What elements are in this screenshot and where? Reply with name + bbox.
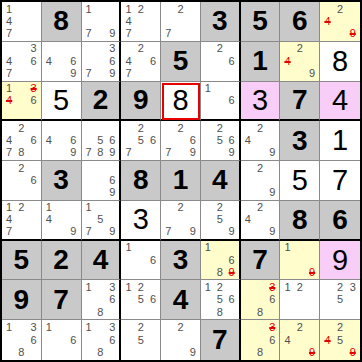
candidate-4: 4	[3, 214, 15, 226]
candidate-1: 1	[3, 3, 15, 15]
candidate-1: 1	[202, 83, 214, 95]
candidate-6: 6	[28, 334, 40, 347]
given-digit: 8	[133, 166, 149, 194]
candidate-6: 6	[106, 334, 118, 347]
pencil-marks: 147	[2, 2, 41, 41]
candidate-7: 7	[162, 226, 174, 238]
candidate-3: 3	[106, 43, 118, 55]
candidate-8: 8	[214, 266, 226, 278]
candidate-1: 1	[3, 321, 15, 334]
cell-r3c5[interactable]: 8	[161, 82, 201, 122]
candidate-3: 3	[266, 321, 278, 334]
cell-r9c3[interactable]: 1368	[82, 320, 122, 360]
solved-digit: 5	[53, 86, 69, 115]
candidate-6: 6	[28, 55, 40, 67]
pencil-marks: 24678	[2, 121, 41, 160]
candidate-7: 7	[83, 67, 95, 79]
candidate-8: 8	[15, 346, 27, 359]
cell-r6c2[interactable]: 149	[42, 201, 82, 241]
given-digit: 3	[292, 127, 308, 155]
pencil-marks: 249	[280, 42, 319, 81]
cell-r5c3[interactable]: 69	[82, 161, 122, 201]
candidate-2: 2	[294, 43, 306, 55]
pencil-marks: 249	[241, 201, 280, 239]
solved-digit: 1	[332, 126, 348, 155]
pencil-marks: 368	[241, 280, 280, 319]
given-digit: 1	[173, 166, 189, 194]
given-digit: 3	[212, 7, 228, 35]
cell-r1c1[interactable]: 147	[2, 2, 42, 42]
pencil-marks: 26	[2, 161, 41, 200]
cell-r7c9[interactable]: 9	[320, 241, 360, 281]
sudoku-board: 1478179124727356249346746936792467526124…	[0, 0, 362, 362]
pencil-marks: 368	[241, 320, 280, 360]
candidate-6: 6	[106, 174, 118, 186]
candidate-9: 9	[306, 346, 318, 359]
candidate-4: 4	[281, 334, 293, 347]
pencil-marks: 2467	[121, 42, 160, 81]
pencil-marks: 279	[161, 201, 200, 239]
cell-r1c6[interactable]: 3	[201, 2, 241, 42]
candidate-5: 5	[135, 334, 147, 347]
candidate-5: 5	[334, 334, 347, 347]
cell-r3c1[interactable]: 1346	[2, 82, 42, 122]
candidate-5: 5	[135, 294, 147, 306]
cell-r1c7[interactable]: 5	[241, 2, 281, 42]
candidate-6: 6	[28, 94, 40, 106]
cell-r9c4[interactable]: 25	[121, 320, 161, 360]
candidate-7: 7	[83, 226, 95, 238]
candidate-7: 7	[122, 67, 134, 79]
given-digit: 1	[252, 47, 268, 75]
pencil-marks: 3679	[82, 42, 120, 81]
cell-r7c8[interactable]: 19	[280, 241, 320, 281]
cell-r7c1[interactable]: 5	[2, 241, 42, 281]
solved-digit: 8	[172, 86, 188, 115]
candidate-8: 8	[254, 346, 266, 359]
cell-r2c3[interactable]: 3679	[82, 42, 122, 82]
cell-r2c9[interactable]: 8	[320, 42, 360, 82]
candidate-2: 2	[294, 281, 306, 293]
candidate-4: 4	[242, 135, 254, 147]
candidate-4: 4	[43, 135, 55, 147]
candidate-7: 7	[122, 28, 134, 40]
given-digit: 8	[292, 206, 308, 234]
given-digit: 5	[14, 246, 30, 274]
pencil-marks: 1689	[201, 241, 239, 280]
pencil-marks: 29	[241, 161, 280, 200]
cell-r5c1[interactable]: 26	[2, 161, 42, 201]
candidate-3: 3	[28, 43, 40, 55]
given-digit: 2	[53, 246, 69, 274]
cell-r4c1[interactable]: 24678	[2, 121, 42, 161]
candidate-6: 6	[67, 334, 79, 347]
candidate-1: 1	[43, 321, 55, 334]
candidate-1: 1	[83, 202, 95, 214]
cell-r9c8[interactable]: 249	[280, 320, 320, 360]
pencil-marks: 2459	[320, 320, 360, 360]
pencil-marks: 1247	[121, 2, 160, 41]
cell-r4c7[interactable]: 249	[241, 121, 281, 161]
given-digit: 9	[14, 286, 30, 314]
candidate-3: 3	[346, 281, 359, 293]
candidate-6: 6	[266, 334, 278, 347]
candidate-6: 6	[147, 294, 159, 306]
candidate-7: 7	[83, 147, 95, 159]
candidate-9: 9	[67, 147, 79, 159]
candidate-9: 9	[266, 147, 278, 159]
pencil-marks: 149	[42, 201, 81, 239]
candidate-9: 9	[187, 147, 199, 159]
pencil-marks: 469	[42, 42, 81, 81]
candidate-4: 4	[122, 15, 134, 27]
cell-r8c4[interactable]: 1256	[121, 280, 161, 320]
given-digit: 9	[133, 86, 149, 114]
cell-r8c2[interactable]: 7	[42, 280, 82, 320]
pencil-marks: 1247	[2, 201, 41, 239]
candidate-2: 2	[214, 202, 226, 214]
cell-r2c4[interactable]: 2467	[121, 42, 161, 82]
candidate-8: 8	[254, 306, 266, 318]
given-digit: 7	[53, 286, 69, 314]
cell-r4c5[interactable]: 2679	[161, 121, 201, 161]
cell-r4c6[interactable]: 2569	[201, 121, 241, 161]
given-digit: 4	[173, 286, 189, 314]
cell-r5c2[interactable]: 3	[42, 161, 82, 201]
cell-r4c3[interactable]: 56789	[82, 121, 122, 161]
cell-r1c4[interactable]: 1247	[121, 2, 161, 42]
candidate-6: 6	[28, 135, 40, 147]
candidate-9: 9	[226, 147, 238, 159]
candidate-8: 8	[15, 147, 27, 159]
cell-r6c4[interactable]: 3	[121, 201, 161, 241]
candidate-5: 5	[94, 214, 106, 226]
cell-r9c6[interactable]: 7	[201, 320, 241, 360]
cell-r1c5[interactable]: 27	[161, 2, 201, 42]
candidate-4: 4	[242, 214, 254, 226]
pencil-marks: 25	[121, 320, 160, 360]
candidate-5: 5	[214, 214, 226, 226]
candidate-1: 1	[122, 281, 134, 293]
candidate-9: 9	[106, 226, 118, 238]
candidate-2: 2	[15, 162, 27, 174]
candidate-1: 1	[3, 83, 15, 95]
pencil-marks: 1346	[2, 82, 41, 120]
candidate-2: 2	[294, 321, 306, 334]
candidate-9: 9	[67, 67, 79, 79]
candidate-4: 4	[281, 55, 293, 67]
candidate-1: 1	[202, 281, 214, 293]
candidate-9: 9	[106, 28, 118, 40]
candidate-6: 6	[226, 254, 238, 266]
cell-r6c6[interactable]: 259	[201, 201, 241, 241]
cell-r5c8[interactable]: 5	[280, 161, 320, 201]
cell-r9c2[interactable]: 16	[42, 320, 82, 360]
cell-r9c5[interactable]: 29	[161, 320, 201, 360]
cell-r4c2[interactable]: 469	[42, 121, 82, 161]
candidate-8: 8	[94, 306, 106, 318]
given-digit: 6	[332, 206, 348, 234]
cell-r9c7[interactable]: 368	[241, 320, 281, 360]
candidate-2: 2	[334, 321, 347, 334]
candidate-2: 2	[135, 3, 147, 15]
candidate-6: 6	[226, 55, 238, 67]
candidate-1: 1	[83, 3, 95, 15]
cell-r5c6[interactable]: 4	[201, 161, 241, 201]
solved-digit: 3	[252, 86, 268, 115]
candidate-4: 4	[43, 55, 55, 67]
candidate-6: 6	[226, 135, 238, 147]
candidate-2: 2	[135, 122, 147, 134]
cell-r3c2[interactable]: 5	[42, 82, 82, 122]
cell-r7c5[interactable]: 3	[161, 241, 201, 281]
cell-r1c8[interactable]: 6	[280, 2, 320, 42]
cell-r7c3[interactable]: 4	[82, 241, 122, 281]
candidate-6: 6	[28, 174, 40, 186]
candidate-9: 9	[106, 187, 118, 199]
candidate-2: 2	[254, 202, 266, 214]
candidate-6: 6	[226, 294, 238, 306]
cell-r5c9[interactable]: 7	[320, 161, 360, 201]
candidate-8: 8	[94, 346, 106, 359]
cell-r2c2[interactable]: 469	[42, 42, 82, 82]
solved-digit: 7	[332, 166, 348, 195]
cell-r2c8[interactable]: 249	[280, 42, 320, 82]
candidate-1: 1	[202, 242, 214, 254]
candidate-9: 9	[346, 28, 359, 40]
candidate-4: 4	[43, 214, 55, 226]
cell-r3c7[interactable]: 3	[241, 82, 281, 122]
candidate-9: 9	[106, 147, 118, 159]
cell-r4c9[interactable]: 1	[320, 121, 360, 161]
candidate-2: 2	[174, 122, 186, 134]
cell-r3c3[interactable]: 2	[82, 82, 122, 122]
cell-r1c2[interactable]: 8	[42, 2, 82, 42]
cell-r1c9[interactable]: 249	[320, 2, 360, 42]
candidate-2: 2	[15, 122, 27, 134]
candidate-7: 7	[3, 147, 15, 159]
cell-r7c6[interactable]: 1689	[201, 241, 241, 281]
cell-r2c1[interactable]: 3467	[2, 42, 42, 82]
given-digit: 8	[53, 7, 69, 35]
candidate-7: 7	[3, 28, 15, 40]
pencil-marks: 12	[280, 280, 319, 319]
candidate-6: 6	[147, 55, 159, 67]
pencil-marks: 3467	[2, 42, 41, 81]
given-digit: 5	[252, 7, 268, 35]
pencil-marks: 16	[201, 82, 239, 120]
solved-digit: 3	[133, 205, 149, 234]
given-digit: 3	[53, 166, 69, 194]
cell-r3c4[interactable]: 9	[121, 82, 161, 122]
cell-r6c5[interactable]: 279	[161, 201, 201, 241]
cell-r8c5[interactable]: 4	[161, 280, 201, 320]
pencil-marks: 26	[201, 42, 239, 81]
pencil-marks: 259	[201, 201, 239, 239]
candidate-3: 3	[266, 281, 278, 293]
candidate-3: 3	[106, 281, 118, 293]
solved-digit: 5	[292, 166, 308, 195]
cell-r7c2[interactable]: 2	[42, 241, 82, 281]
pencil-marks: 16	[121, 241, 160, 280]
candidate-2: 2	[174, 202, 186, 214]
candidate-1: 1	[122, 3, 134, 15]
cell-r6c7[interactable]: 249	[241, 201, 281, 241]
cell-r8c1[interactable]: 9	[2, 280, 42, 320]
candidate-5: 5	[334, 294, 347, 306]
given-digit: 7	[252, 246, 268, 274]
given-digit: 7	[212, 326, 228, 354]
cell-r3c9[interactable]: 4	[320, 82, 360, 122]
pencil-marks: 19	[280, 241, 319, 280]
cell-r8c6[interactable]: 12568	[201, 280, 241, 320]
pencil-marks: 469	[42, 121, 81, 160]
cell-r5c5[interactable]: 1	[161, 161, 201, 201]
candidate-2: 2	[334, 3, 347, 15]
cell-r4c8[interactable]: 3	[280, 121, 320, 161]
candidate-2: 2	[135, 281, 147, 293]
pencil-marks: 249	[320, 2, 360, 41]
pencil-marks: 235	[320, 280, 360, 319]
candidate-7: 7	[3, 226, 15, 238]
candidate-7: 7	[122, 147, 134, 159]
cell-r9c9[interactable]: 2459	[320, 320, 360, 360]
cell-r7c7[interactable]: 7	[241, 241, 281, 281]
candidate-7: 7	[162, 147, 174, 159]
candidate-1: 1	[43, 202, 55, 214]
pencil-marks: 1368	[2, 320, 41, 360]
candidate-6: 6	[67, 135, 79, 147]
candidate-9: 9	[266, 187, 278, 199]
candidate-4: 4	[321, 334, 334, 347]
candidate-9: 9	[306, 266, 318, 278]
candidate-6: 6	[187, 135, 199, 147]
candidate-6: 6	[147, 254, 159, 266]
pencil-marks: 2569	[201, 121, 239, 160]
candidate-5: 5	[94, 135, 106, 147]
candidate-7: 7	[162, 28, 174, 40]
cell-r9c1[interactable]: 1368	[2, 320, 42, 360]
candidate-4: 4	[3, 15, 15, 27]
cell-r6c3[interactable]: 1579	[82, 201, 122, 241]
cell-r5c4[interactable]: 8	[121, 161, 161, 201]
candidate-1: 1	[83, 281, 95, 293]
candidate-4: 4	[321, 15, 334, 27]
pencil-marks: 249	[280, 320, 319, 360]
cell-r6c9[interactable]: 6	[320, 201, 360, 241]
candidate-6: 6	[67, 55, 79, 67]
cell-r1c3[interactable]: 179	[82, 2, 122, 42]
pencil-marks: 1579	[82, 201, 120, 239]
candidate-2: 2	[174, 321, 186, 334]
candidate-2: 2	[334, 281, 347, 293]
candidate-9: 9	[346, 346, 359, 359]
cell-r4c4[interactable]: 2567	[121, 121, 161, 161]
cell-r2c7[interactable]: 1	[241, 42, 281, 82]
given-digit: 6	[292, 7, 308, 35]
candidate-2: 2	[254, 162, 266, 174]
candidate-5: 5	[214, 294, 226, 306]
cell-r5c7[interactable]: 29	[241, 161, 281, 201]
candidate-7: 7	[3, 67, 15, 79]
cell-r3c8[interactable]: 7	[280, 82, 320, 122]
candidate-1: 1	[122, 242, 134, 254]
candidate-6: 6	[226, 94, 238, 106]
pencil-marks: 249	[241, 121, 280, 160]
cell-r8c9[interactable]: 235	[320, 280, 360, 320]
candidate-9: 9	[187, 226, 199, 238]
cell-r7c4[interactable]: 16	[121, 241, 161, 281]
pencil-marks: 16	[42, 320, 81, 360]
pencil-marks: 1368	[82, 280, 120, 319]
candidate-6: 6	[266, 294, 278, 306]
pencil-marks: 27	[161, 2, 200, 41]
solved-digit: 8	[332, 47, 348, 76]
candidate-3: 3	[28, 321, 40, 334]
candidate-8: 8	[214, 306, 226, 318]
pencil-marks: 12568	[201, 280, 239, 319]
cell-r2c6[interactable]: 26	[201, 42, 241, 82]
candidate-8: 8	[94, 147, 106, 159]
cell-r6c1[interactable]: 1247	[2, 201, 42, 241]
cell-r8c8[interactable]: 12	[280, 280, 320, 320]
candidate-3: 3	[28, 83, 40, 95]
pencil-marks: 2679	[161, 121, 200, 160]
candidate-2: 2	[135, 43, 147, 55]
candidate-1: 1	[281, 281, 293, 293]
candidate-9: 9	[226, 226, 238, 238]
cell-r3c6[interactable]: 16	[201, 82, 241, 122]
candidate-6: 6	[147, 135, 159, 147]
cell-r8c7[interactable]: 368	[241, 280, 281, 320]
candidate-2: 2	[214, 122, 226, 134]
candidate-2: 2	[174, 3, 186, 15]
candidate-6: 6	[106, 294, 118, 306]
candidate-7: 7	[83, 28, 95, 40]
candidate-3: 3	[106, 321, 118, 334]
candidate-9: 9	[106, 67, 118, 79]
solved-digit: 9	[332, 246, 348, 275]
solved-digit: 4	[332, 86, 348, 115]
candidate-2: 2	[135, 321, 147, 334]
candidate-1: 1	[3, 202, 15, 214]
cell-r6c8[interactable]: 8	[280, 201, 320, 241]
candidate-4: 4	[3, 135, 15, 147]
candidate-2: 2	[15, 202, 27, 214]
cell-r8c3[interactable]: 1368	[82, 280, 122, 320]
pencil-marks: 1256	[121, 280, 160, 319]
pencil-marks: 1368	[82, 320, 120, 360]
candidate-9: 9	[187, 346, 199, 359]
candidate-4: 4	[3, 55, 15, 67]
candidate-1: 1	[281, 242, 293, 254]
candidate-4: 4	[3, 94, 15, 106]
candidate-9: 9	[226, 266, 238, 278]
cell-r2c5[interactable]: 5	[161, 42, 201, 82]
candidate-9: 9	[306, 67, 318, 79]
given-digit: 4	[93, 246, 109, 274]
given-digit: 3	[173, 246, 189, 274]
candidate-2: 2	[214, 43, 226, 55]
candidate-1: 1	[83, 321, 95, 334]
given-digit: 2	[93, 86, 109, 114]
given-digit: 7	[292, 86, 308, 114]
given-digit: 4	[212, 166, 228, 194]
given-digit: 5	[173, 47, 189, 75]
pencil-marks: 29	[161, 320, 200, 360]
candidate-2: 2	[214, 281, 226, 293]
pencil-marks: 179	[82, 2, 120, 41]
